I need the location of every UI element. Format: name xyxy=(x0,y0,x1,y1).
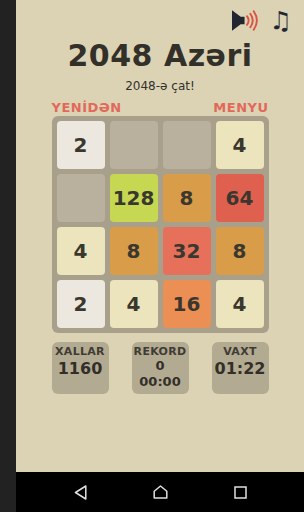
empty-cell xyxy=(163,121,211,169)
back-icon[interactable] xyxy=(74,485,87,500)
stat-box-rekord: REKORD000:00 xyxy=(132,342,189,394)
tile-128: 128 xyxy=(110,174,158,222)
stat-value: 00:00 xyxy=(132,374,189,390)
topbar: ♫ xyxy=(16,0,304,34)
stat-value: 0 xyxy=(132,358,189,374)
tile-2: 2 xyxy=(57,121,105,169)
tile-64: 64 xyxy=(216,174,264,222)
tile-32: 32 xyxy=(163,227,211,275)
empty-cell xyxy=(57,174,105,222)
empty-cell xyxy=(110,121,158,169)
home-icon[interactable] xyxy=(153,485,168,499)
restart-button[interactable]: YENİDƏN xyxy=(52,101,122,115)
menu-button[interactable]: MENYU xyxy=(213,101,268,115)
stat-label: VAXT xyxy=(212,345,269,358)
stat-value: 01:22 xyxy=(212,360,269,378)
tile-4: 4 xyxy=(110,280,158,328)
tile-8: 8 xyxy=(216,227,264,275)
menu-row: YENİDƏN MENYU xyxy=(52,101,269,115)
tile-2: 2 xyxy=(57,280,105,328)
stat-label: XALLAR xyxy=(52,345,109,358)
music-toggle-icon[interactable]: ♫ xyxy=(270,8,292,33)
page-title: 2048 Azəri xyxy=(16,38,304,74)
stat-box-vaxt: VAXT01:22 xyxy=(212,342,269,394)
page-subtitle: 2048-ə çat! xyxy=(16,79,304,93)
stats-row: XALLAR1160REKORD000:00VAXT01:22 xyxy=(52,342,269,394)
tile-4: 4 xyxy=(216,280,264,328)
stat-label: REKORD xyxy=(132,345,189,358)
android-navbar xyxy=(16,472,304,512)
stat-value: 1160 xyxy=(52,360,109,378)
recents-icon[interactable] xyxy=(234,486,247,499)
tile-8: 8 xyxy=(110,227,158,275)
tile-4: 4 xyxy=(57,227,105,275)
stat-box-xallar: XALLAR1160 xyxy=(52,342,109,394)
tile-16: 16 xyxy=(163,280,211,328)
tile-8: 8 xyxy=(163,174,211,222)
sound-toggle-icon[interactable] xyxy=(232,9,260,32)
tile-4: 4 xyxy=(216,121,264,169)
board[interactable]: 241288644832824164 xyxy=(52,116,269,333)
app-screen: ♫ 2048 Azəri 2048-ə çat! YENİDƏN MENYU 2… xyxy=(16,0,304,512)
